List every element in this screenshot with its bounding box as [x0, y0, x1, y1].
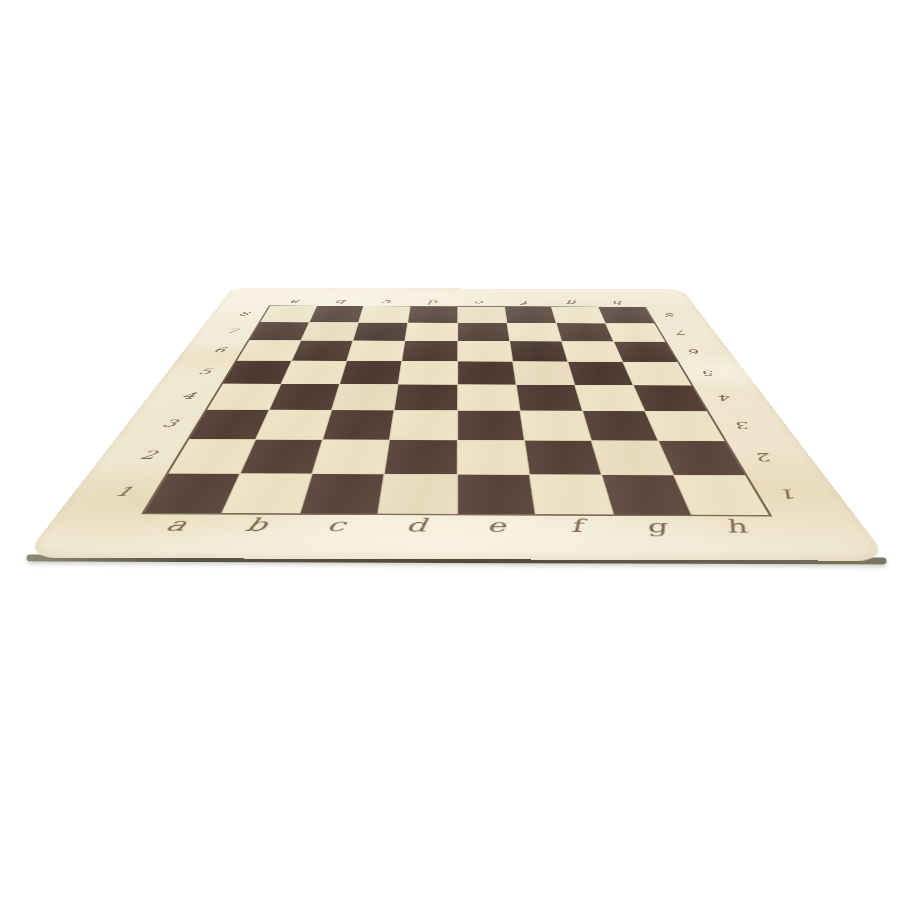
square-d3: [391, 410, 457, 439]
square-g3: [583, 411, 658, 440]
file-label-a-bottom: a: [132, 516, 220, 534]
rank-label-7-right: 7: [654, 324, 711, 342]
square-a8: [260, 306, 316, 322]
file-label-a-top: a: [271, 299, 319, 304]
square-b3: [257, 410, 332, 439]
square-c1: [301, 474, 384, 514]
square-c8: [359, 306, 410, 322]
square-g4: [575, 385, 644, 411]
square-c6: [347, 341, 404, 361]
square-e7: [458, 323, 509, 341]
square-f5: [513, 362, 574, 385]
square-e5: [458, 362, 516, 385]
square-d1: [379, 474, 456, 514]
square-g8: [552, 307, 605, 323]
square-c3: [324, 410, 394, 439]
board-frame: abcdefgh abcdefgh 87654321 87654321: [23, 288, 889, 561]
square-e8: [458, 307, 506, 323]
file-label-g-bottom: g: [614, 517, 699, 535]
file-label-e-top: e: [457, 300, 503, 305]
file-label-c-top: c: [364, 300, 411, 305]
square-d5: [399, 361, 457, 384]
file-labels-bottom: abcdefgh: [233, 288, 683, 290]
product-photo-stage: abcdefgh abcdefgh 87654321 87654321: [0, 0, 900, 900]
file-label-h-top: h: [595, 300, 643, 305]
square-e6: [458, 341, 512, 361]
rank-label-8-right: 8: [645, 307, 699, 323]
rank-labels-left: 87654321: [233, 288, 683, 290]
board-tilt-wrapper: abcdefgh abcdefgh 87654321 87654321: [0, 0, 900, 900]
file-label-e-bottom: e: [457, 517, 537, 535]
square-c5: [340, 361, 401, 384]
square-b8: [310, 306, 363, 322]
square-f3: [520, 411, 590, 440]
square-e4: [458, 385, 519, 411]
chess-board: abcdefgh abcdefgh 87654321 87654321: [23, 288, 889, 561]
file-label-f-bottom: f: [535, 517, 617, 535]
square-c4: [333, 384, 398, 410]
file-label-b-bottom: b: [213, 516, 298, 534]
square-g7: [556, 323, 613, 341]
square-f8: [505, 307, 556, 323]
file-label-d-top: d: [411, 300, 457, 305]
file-label-c-bottom: c: [294, 516, 377, 534]
square-e1: [457, 475, 534, 515]
file-label-h-bottom: h: [692, 518, 780, 536]
file-label-g-top: g: [549, 300, 596, 305]
square-b4: [270, 384, 339, 410]
square-d2: [385, 440, 456, 474]
square-c2: [313, 440, 389, 474]
square-f4: [516, 385, 581, 411]
square-b6: [292, 341, 352, 361]
square-e3: [458, 411, 524, 440]
square-g5: [568, 362, 632, 385]
file-label-b-top: b: [318, 299, 365, 304]
square-e2: [457, 440, 528, 474]
square-d7: [406, 323, 457, 341]
file-labels-top: abcdefgh: [233, 288, 683, 290]
file-label-d-bottom: d: [375, 517, 455, 535]
rank-labels-right: 87654321: [233, 288, 683, 290]
square-d8: [408, 306, 457, 322]
square-b5: [282, 361, 346, 384]
square-b7: [302, 323, 359, 341]
square-f7: [507, 323, 561, 341]
square-d4: [395, 384, 457, 410]
square-g6: [562, 342, 622, 362]
square-f2: [525, 440, 601, 474]
square-f6: [510, 341, 567, 361]
square-f1: [530, 475, 613, 515]
square-c7: [354, 323, 408, 341]
square-b2: [241, 440, 322, 474]
square-d6: [403, 341, 457, 361]
file-label-f-top: f: [503, 300, 550, 305]
